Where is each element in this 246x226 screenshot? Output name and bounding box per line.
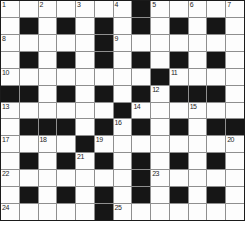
clue-number-13: 13 [2, 103, 9, 111]
cell-r1-c10[interactable] [189, 18, 207, 34]
cell-r1-c8[interactable] [151, 18, 169, 34]
clue-number-16: 16 [115, 119, 122, 127]
cell-r10-c4[interactable] [76, 170, 94, 186]
black-cell-r3-c1 [20, 52, 38, 68]
black-cell-r8-c4 [76, 136, 94, 152]
cell-r8-c11[interactable] [207, 136, 225, 152]
cell-r4-c5[interactable] [95, 69, 113, 85]
cell-r7-c0[interactable] [1, 119, 19, 135]
cell-r0-c6[interactable]: 4 [114, 1, 132, 17]
cell-r10-c11[interactable] [207, 170, 225, 186]
black-cell-r5-c9 [170, 86, 188, 102]
cell-r11-c8[interactable] [151, 187, 169, 203]
black-cell-r1-c7 [132, 18, 150, 34]
clue-number-6: 6 [190, 1, 193, 9]
black-cell-r11-c3 [57, 187, 75, 203]
cell-r12-c2[interactable] [39, 204, 57, 220]
cell-r6-c7[interactable]: 14 [132, 103, 150, 119]
cell-r9-c6[interactable] [114, 153, 132, 169]
cell-r6-c1[interactable] [20, 103, 38, 119]
black-cell-r3-c5 [95, 52, 113, 68]
black-cell-r9-c11 [207, 153, 225, 169]
cell-r11-c12[interactable] [226, 187, 244, 203]
cell-r8-c0[interactable]: 17 [1, 136, 19, 152]
clue-number-11: 11 [171, 69, 177, 77]
black-cell-r4-c8 [151, 69, 169, 85]
clue-number-15: 15 [190, 103, 197, 111]
cell-r5-c4[interactable] [76, 86, 94, 102]
cell-r9-c0[interactable] [1, 153, 19, 169]
cell-r10-c6[interactable] [114, 170, 132, 186]
black-cell-r1-c11 [207, 18, 225, 34]
cell-r3-c6[interactable] [114, 52, 132, 68]
black-cell-r10-c7 [132, 170, 150, 186]
cell-r0-c5[interactable] [95, 1, 113, 17]
cell-r11-c6[interactable] [114, 187, 132, 203]
cell-r12-c3[interactable] [57, 204, 75, 220]
cell-r7-c10[interactable] [189, 119, 207, 135]
black-cell-r7-c12 [226, 119, 244, 135]
black-cell-r9-c3 [57, 153, 75, 169]
clue-number-5: 5 [152, 1, 155, 9]
cell-r8-c10[interactable] [189, 136, 207, 152]
black-cell-r11-c5 [95, 187, 113, 203]
cell-r6-c12[interactable] [226, 103, 244, 119]
cell-r10-c0[interactable]: 22 [1, 170, 19, 186]
cell-r1-c4[interactable] [76, 18, 94, 34]
cell-r10-c12[interactable] [226, 170, 244, 186]
cell-r0-c10[interactable]: 6 [189, 1, 207, 17]
black-cell-r5-c1 [20, 86, 38, 102]
clue-number-8: 8 [2, 35, 5, 43]
cell-r9-c8[interactable] [151, 153, 169, 169]
cell-r1-c2[interactable] [39, 18, 57, 34]
clue-number-2: 2 [40, 1, 43, 9]
clue-number-25: 25 [115, 204, 122, 212]
clue-number-12: 12 [152, 86, 159, 94]
cell-r5-c2[interactable] [39, 86, 57, 102]
cell-r8-c12[interactable]: 20 [226, 136, 244, 152]
cell-r12-c8[interactable] [151, 204, 169, 220]
cell-r9-c2[interactable] [39, 153, 57, 169]
cell-r10-c1[interactable] [20, 170, 38, 186]
black-cell-r7-c9 [170, 119, 188, 135]
cell-r11-c0[interactable] [1, 187, 19, 203]
cell-r0-c0[interactable]: 1 [1, 1, 19, 17]
black-cell-r5-c0 [1, 86, 19, 102]
cell-r3-c4[interactable] [76, 52, 94, 68]
cell-r8-c1[interactable] [20, 136, 38, 152]
cell-r2-c2[interactable] [39, 35, 57, 51]
cell-r6-c8[interactable] [151, 103, 169, 119]
cell-r0-c11[interactable] [207, 1, 225, 17]
cell-r6-c9[interactable] [170, 103, 188, 119]
cell-r2-c9[interactable] [170, 35, 188, 51]
cell-r11-c4[interactable] [76, 187, 94, 203]
cell-r12-c11[interactable] [207, 204, 225, 220]
cell-r2-c0[interactable]: 8 [1, 35, 19, 51]
cell-r0-c4[interactable]: 3 [76, 1, 94, 17]
cell-r1-c12[interactable] [226, 18, 244, 34]
cell-r12-c6[interactable]: 25 [114, 204, 132, 220]
cell-r11-c2[interactable] [39, 187, 57, 203]
cell-r7-c4[interactable] [76, 119, 94, 135]
clue-number-1: 1 [2, 1, 5, 9]
cell-r8-c9[interactable] [170, 136, 188, 152]
cell-r12-c1[interactable] [20, 204, 38, 220]
clue-number-18: 18 [40, 136, 47, 144]
cell-r4-c10[interactable] [189, 69, 207, 85]
cell-r12-c12[interactable] [226, 204, 244, 220]
cell-r5-c6[interactable] [114, 86, 132, 102]
cell-r8-c7[interactable] [132, 136, 150, 152]
cell-r11-c10[interactable] [189, 187, 207, 203]
cell-r12-c0[interactable]: 24 [1, 204, 19, 220]
cell-r2-c4[interactable] [76, 35, 94, 51]
cell-r7-c8[interactable] [151, 119, 169, 135]
cell-r8-c5[interactable]: 19 [95, 136, 113, 152]
cell-r1-c0[interactable] [1, 18, 19, 34]
cell-r10-c9[interactable] [170, 170, 188, 186]
cell-r12-c4[interactable] [76, 204, 94, 220]
cell-r0-c1[interactable] [20, 1, 38, 17]
cell-r8-c6[interactable] [114, 136, 132, 152]
cell-r12-c9[interactable] [170, 204, 188, 220]
clue-number-7: 7 [227, 1, 230, 9]
cell-r3-c2[interactable] [39, 52, 57, 68]
cell-r4-c3[interactable] [57, 69, 75, 85]
cell-r8-c8[interactable] [151, 136, 169, 152]
black-cell-r3-c3 [57, 52, 75, 68]
clue-number-3: 3 [77, 1, 80, 9]
clue-number-14: 14 [133, 103, 140, 111]
black-cell-r9-c1 [20, 153, 38, 169]
black-cell-r7-c11 [207, 119, 225, 135]
cell-r1-c6[interactable] [114, 18, 132, 34]
clue-number-23: 23 [152, 170, 159, 178]
cell-r2-c11[interactable] [207, 35, 225, 51]
cell-r12-c10[interactable] [189, 204, 207, 220]
cell-r3-c0[interactable] [1, 52, 19, 68]
clue-number-24: 24 [2, 204, 9, 212]
crossword-page: 1234567891011121314151617181920212223242… [0, 0, 246, 226]
clue-number-17: 17 [2, 136, 9, 144]
cell-r4-c2[interactable] [39, 69, 57, 85]
cell-r2-c1[interactable] [20, 35, 38, 51]
black-cell-r7-c7 [132, 119, 150, 135]
cell-r6-c2[interactable] [39, 103, 57, 119]
clue-number-21: 21 [77, 153, 84, 161]
black-cell-r7-c3 [57, 119, 75, 135]
black-cell-r7-c2 [39, 119, 57, 135]
cell-r4-c7[interactable] [132, 69, 150, 85]
black-cell-r5-c7 [132, 86, 150, 102]
black-cell-r9-c7 [132, 153, 150, 169]
cell-r10-c2[interactable] [39, 170, 57, 186]
cell-r10-c5[interactable] [95, 170, 113, 186]
cell-r4-c1[interactable] [20, 69, 38, 85]
cell-r8-c2[interactable]: 18 [39, 136, 57, 152]
black-cell-r9-c5 [95, 153, 113, 169]
black-cell-r5-c10 [189, 86, 207, 102]
black-cell-r5-c3 [57, 86, 75, 102]
cell-r3-c12[interactable] [226, 52, 244, 68]
black-cell-r3-c9 [170, 52, 188, 68]
black-cell-r9-c9 [170, 153, 188, 169]
cell-r9-c12[interactable] [226, 153, 244, 169]
cell-r5-c8[interactable]: 12 [151, 86, 169, 102]
black-cell-r1-c1 [20, 18, 38, 34]
cell-r0-c3[interactable] [57, 1, 75, 17]
cell-r2-c7[interactable] [132, 35, 150, 51]
cell-r2-c3[interactable] [57, 35, 75, 51]
cell-r10-c3[interactable] [57, 170, 75, 186]
black-cell-r1-c9 [170, 18, 188, 34]
cell-r8-c3[interactable] [57, 136, 75, 152]
cell-r4-c0[interactable]: 10 [1, 69, 19, 85]
black-cell-r1-c3 [57, 18, 75, 34]
cell-r4-c9[interactable]: 11 [170, 69, 188, 85]
cell-r4-c11[interactable] [207, 69, 225, 85]
cell-r0-c8[interactable]: 5 [151, 1, 169, 17]
black-cell-r11-c1 [20, 187, 38, 203]
black-cell-r7-c1 [20, 119, 38, 135]
cell-r0-c9[interactable] [170, 1, 188, 17]
cell-r6-c4[interactable] [76, 103, 94, 119]
cell-r0-c2[interactable]: 2 [39, 1, 57, 17]
clue-number-9: 9 [115, 35, 118, 43]
clue-number-19: 19 [96, 136, 103, 144]
cell-r4-c4[interactable] [76, 69, 94, 85]
cell-r10-c10[interactable] [189, 170, 207, 186]
black-cell-r0-c7 [132, 1, 150, 17]
cell-r6-c10[interactable]: 15 [189, 103, 207, 119]
cell-r12-c7[interactable] [132, 204, 150, 220]
cell-r0-c12[interactable]: 7 [226, 1, 244, 17]
black-cell-r5-c5 [95, 86, 113, 102]
cell-r2-c6[interactable]: 9 [114, 35, 132, 51]
cell-r9-c4[interactable]: 21 [76, 153, 94, 169]
black-cell-r6-c6 [114, 103, 132, 119]
clue-number-10: 10 [2, 69, 9, 77]
black-cell-r3-c11 [207, 52, 225, 68]
black-cell-r5-c11 [207, 86, 225, 102]
clue-number-22: 22 [2, 170, 9, 178]
black-cell-r1-c5 [95, 18, 113, 34]
cell-r6-c5[interactable] [95, 103, 113, 119]
cell-r3-c8[interactable] [151, 52, 169, 68]
cell-r6-c3[interactable] [57, 103, 75, 119]
cell-r4-c12[interactable] [226, 69, 244, 85]
cell-r2-c12[interactable] [226, 35, 244, 51]
cell-r3-c10[interactable] [189, 52, 207, 68]
black-cell-r2-c5 [95, 35, 113, 51]
cell-r5-c12[interactable] [226, 86, 244, 102]
clue-number-4: 4 [115, 1, 118, 9]
black-cell-r11-c7 [132, 187, 150, 203]
black-cell-r12-c5 [95, 204, 113, 220]
cell-r2-c10[interactable] [189, 35, 207, 51]
cell-r9-c10[interactable] [189, 153, 207, 169]
cell-r6-c11[interactable] [207, 103, 225, 119]
black-cell-r11-c11 [207, 187, 225, 203]
clue-number-20: 20 [227, 136, 234, 144]
black-cell-r3-c7 [132, 52, 150, 68]
crossword-board: 1234567891011121314151617181920212223242… [0, 0, 245, 221]
cell-r6-c0[interactable]: 13 [1, 103, 19, 119]
cell-r10-c8[interactable]: 23 [151, 170, 169, 186]
cell-r7-c6[interactable]: 16 [114, 119, 132, 135]
black-cell-r7-c5 [95, 119, 113, 135]
cell-r2-c8[interactable] [151, 35, 169, 51]
black-cell-r11-c9 [170, 187, 188, 203]
cell-r4-c6[interactable] [114, 69, 132, 85]
